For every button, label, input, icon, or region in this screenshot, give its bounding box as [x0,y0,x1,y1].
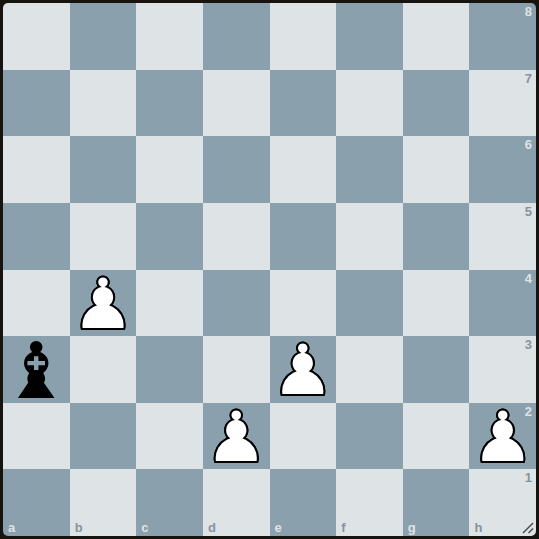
square-e4[interactable] [270,270,337,337]
file-label-h: h [474,520,482,535]
square-b3[interactable] [70,336,137,403]
board-frame: 8765♟4♝♟3♟2♟abcdefg1h [0,0,539,539]
square-e2[interactable] [270,403,337,470]
square-c8[interactable] [136,3,203,70]
square-h3[interactable]: 3 [469,336,536,403]
rank-label-4: 4 [525,271,532,286]
square-e5[interactable] [270,203,337,270]
white-pawn[interactable]: ♟ [203,404,270,471]
square-a7[interactable] [3,70,70,137]
white-pawn[interactable]: ♟ [270,337,337,404]
black-bishop[interactable]: ♝ [3,338,70,405]
square-a8[interactable] [3,3,70,70]
white-pawn[interactable]: ♟ [469,404,536,471]
square-c2[interactable] [136,403,203,470]
square-h4[interactable]: 4 [469,270,536,337]
rank-label-7: 7 [525,71,532,86]
square-b7[interactable] [70,70,137,137]
resize-handle-icon[interactable] [520,520,534,534]
chess-board: 8765♟4♝♟3♟2♟abcdefg1h [3,3,536,536]
square-a6[interactable] [3,136,70,203]
square-e1[interactable]: e [270,469,337,536]
file-label-g: g [408,520,416,535]
square-d7[interactable] [203,70,270,137]
square-c6[interactable] [136,136,203,203]
square-h7[interactable]: 7 [469,70,536,137]
square-c1[interactable]: c [136,469,203,536]
square-e3[interactable]: ♟ [270,336,337,403]
square-g1[interactable]: g [403,469,470,536]
square-g3[interactable] [403,336,470,403]
square-b2[interactable] [70,403,137,470]
square-h5[interactable]: 5 [469,203,536,270]
square-b1[interactable]: b [70,469,137,536]
square-d2[interactable]: ♟ [203,403,270,470]
square-e7[interactable] [270,70,337,137]
square-f5[interactable] [336,203,403,270]
square-a1[interactable]: a [3,469,70,536]
square-g7[interactable] [403,70,470,137]
file-label-a: a [8,520,15,535]
square-e6[interactable] [270,136,337,203]
square-f7[interactable] [336,70,403,137]
square-e8[interactable] [270,3,337,70]
square-a3[interactable]: ♝ [3,336,70,403]
file-label-b: b [75,520,83,535]
square-b4[interactable]: ♟ [70,270,137,337]
square-d4[interactable] [203,270,270,337]
square-f3[interactable] [336,336,403,403]
file-label-e: e [275,520,282,535]
square-h6[interactable]: 6 [469,136,536,203]
file-label-c: c [141,520,148,535]
square-d5[interactable] [203,203,270,270]
square-d6[interactable] [203,136,270,203]
square-b8[interactable] [70,3,137,70]
square-c7[interactable] [136,70,203,137]
square-f8[interactable] [336,3,403,70]
square-d1[interactable]: d [203,469,270,536]
rank-label-8: 8 [525,4,532,19]
square-g6[interactable] [403,136,470,203]
square-f4[interactable] [336,270,403,337]
square-a5[interactable] [3,203,70,270]
rank-label-5: 5 [525,204,532,219]
square-g2[interactable] [403,403,470,470]
square-h8[interactable]: 8 [469,3,536,70]
square-c5[interactable] [136,203,203,270]
square-f6[interactable] [336,136,403,203]
square-f1[interactable]: f [336,469,403,536]
file-label-f: f [341,520,345,535]
square-g8[interactable] [403,3,470,70]
square-b6[interactable] [70,136,137,203]
square-d8[interactable] [203,3,270,70]
square-g5[interactable] [403,203,470,270]
square-c4[interactable] [136,270,203,337]
square-g4[interactable] [403,270,470,337]
white-pawn[interactable]: ♟ [70,271,137,338]
square-c3[interactable] [136,336,203,403]
rank-label-3: 3 [525,337,532,352]
square-b5[interactable] [70,203,137,270]
file-label-d: d [208,520,216,535]
rank-label-6: 6 [525,137,532,152]
square-d3[interactable] [203,336,270,403]
square-f2[interactable] [336,403,403,470]
square-h2[interactable]: 2♟ [469,403,536,470]
